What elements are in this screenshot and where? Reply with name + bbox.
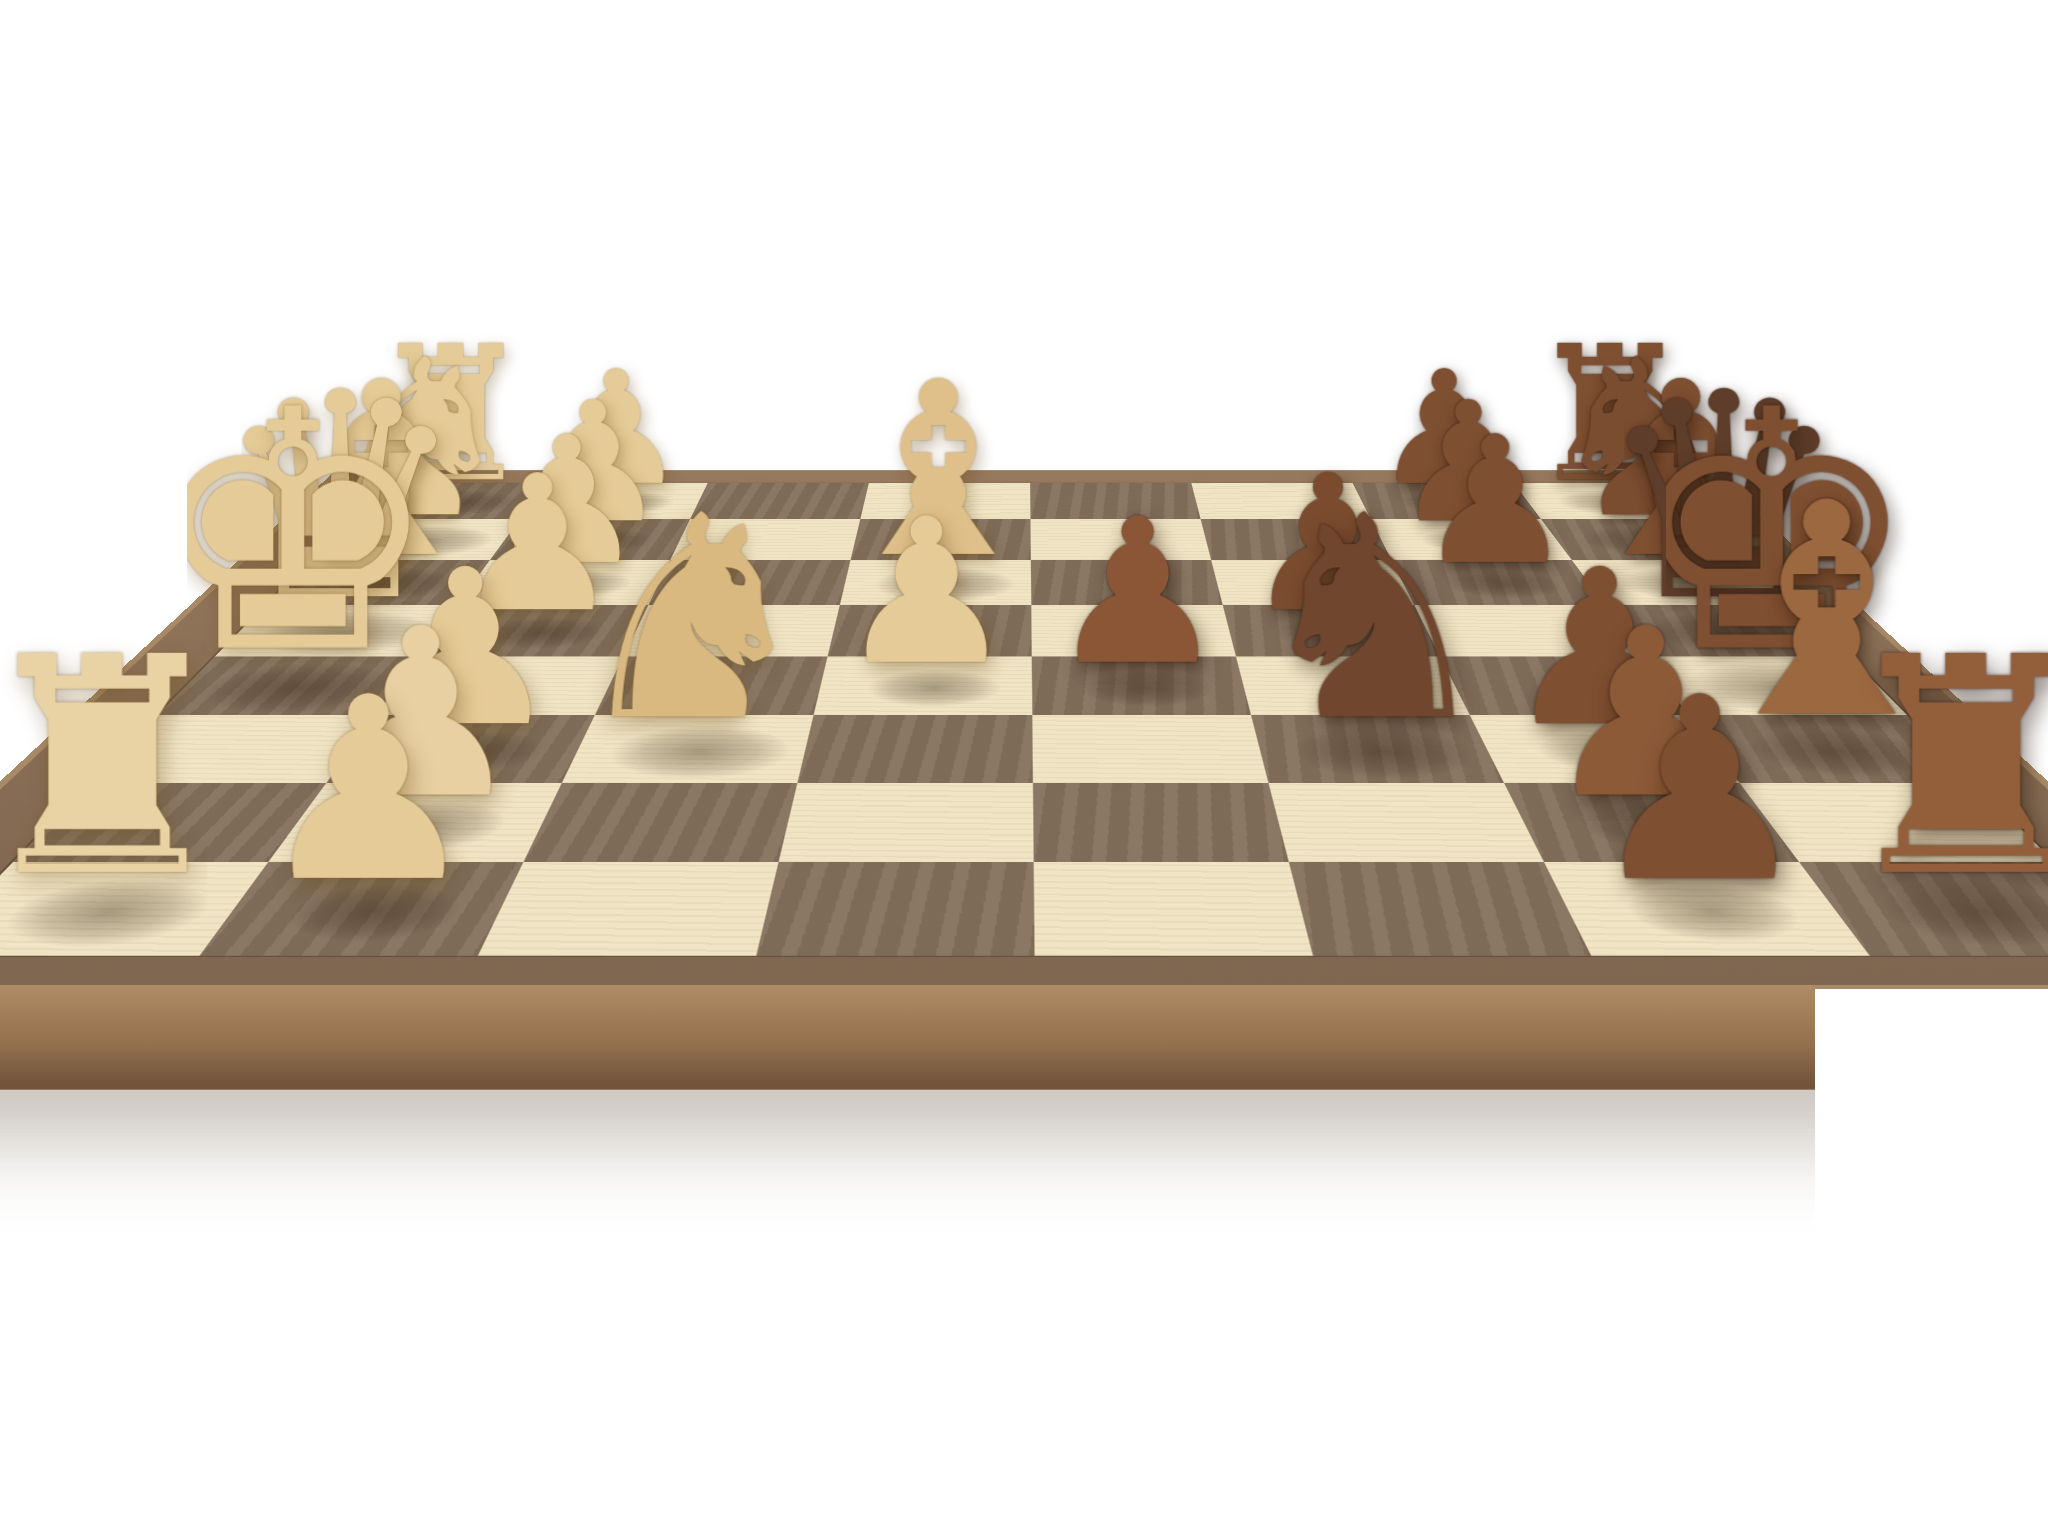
square-a6 xyxy=(1191,483,1370,519)
square-g3 xyxy=(523,783,797,862)
square-b6 xyxy=(1201,519,1392,559)
square-h4 xyxy=(756,862,1034,955)
square-e6 xyxy=(1236,656,1470,715)
square-e2 xyxy=(376,656,623,715)
square-g6 xyxy=(1269,783,1545,862)
piece-white-pawn-a2: ♟ xyxy=(533,155,699,501)
square-d7 xyxy=(1414,605,1644,656)
piece-black-pawn-a7: ♟ xyxy=(1362,155,1528,501)
square-d5 xyxy=(1031,605,1236,656)
square-f4 xyxy=(797,715,1033,783)
chess-photo-scene: ♜♟♜♟♞♟♞♟♝♟♝♝♟♛♟♛♟♚♟♚♟♟♞♝♟♞♟♟♜♟♜♟ xyxy=(0,0,2048,1535)
square-h6 xyxy=(1289,862,1591,955)
square-a5 xyxy=(1030,483,1201,519)
piece-white-rook-a1: ♜ xyxy=(368,155,534,501)
board-front-edge xyxy=(0,985,2048,1090)
chess-board: ♜♟♜♟♞♟♞♟♝♟♝♝♟♛♟♛♟♚♟♚♟♟♞♝♟♞♟♟♜♟♜♟ xyxy=(0,470,2048,989)
square-f5 xyxy=(1032,715,1268,783)
square-d3 xyxy=(623,605,839,656)
square-h5 xyxy=(1034,862,1313,955)
square-a3 xyxy=(690,483,869,519)
square-a4 xyxy=(860,483,1030,519)
square-h3 xyxy=(478,862,779,955)
square-g5 xyxy=(1033,783,1289,862)
square-d4 xyxy=(828,605,1032,656)
square-c6 xyxy=(1211,560,1414,605)
square-b3 xyxy=(670,519,860,559)
square-b4 xyxy=(851,519,1031,559)
square-g4 xyxy=(779,783,1034,862)
board-squares xyxy=(0,483,2048,956)
square-c5 xyxy=(1031,560,1223,605)
piece-shadow-c4 xyxy=(871,567,1016,602)
square-b5 xyxy=(1030,519,1211,559)
piece-black-rook-a8: ♜ xyxy=(1527,155,1693,501)
square-c3 xyxy=(648,560,850,605)
square-e3 xyxy=(595,656,828,715)
